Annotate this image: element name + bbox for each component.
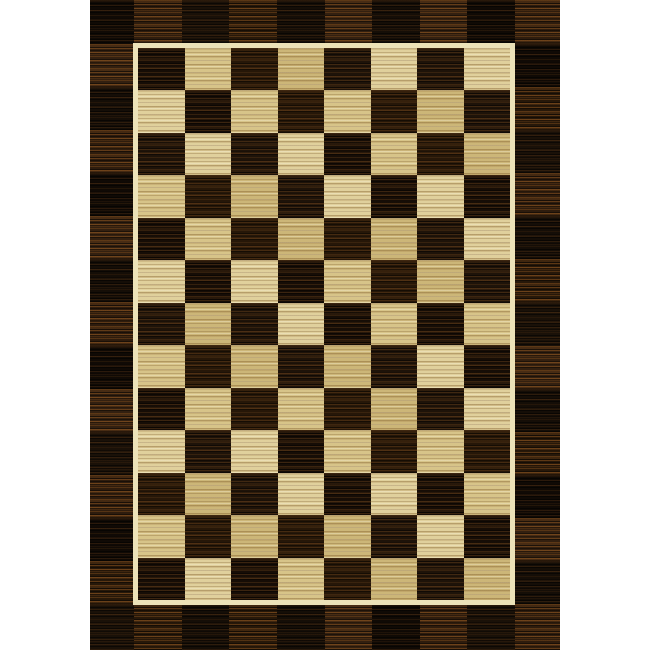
board-square-dark	[371, 430, 418, 472]
border-block	[515, 130, 560, 173]
border-block	[90, 87, 134, 130]
border-block	[134, 0, 182, 44]
board-square-dark	[231, 388, 278, 430]
board-square-light	[185, 218, 232, 260]
board-square-dark	[417, 303, 464, 345]
board-square-light	[278, 48, 325, 90]
board-square-dark	[464, 175, 511, 217]
board-square-dark	[324, 133, 371, 175]
border-block	[515, 346, 560, 389]
border-block	[182, 0, 230, 44]
board-square-dark	[324, 48, 371, 90]
board-square-dark	[464, 90, 511, 132]
border-block	[515, 259, 560, 302]
border-block	[229, 0, 277, 44]
checkerboard	[138, 48, 510, 600]
board-square-light	[417, 90, 464, 132]
board-square-light	[185, 388, 232, 430]
board-square-light	[138, 175, 185, 217]
border-block	[325, 0, 373, 44]
board-square-dark	[185, 430, 232, 472]
board-square-light	[324, 430, 371, 472]
border-block	[372, 0, 420, 44]
border-block	[90, 173, 134, 216]
board-square-light	[185, 133, 232, 175]
board-square-dark	[278, 260, 325, 302]
board-square-dark	[278, 90, 325, 132]
border-block	[90, 44, 134, 87]
board-square-light	[278, 303, 325, 345]
board-square-dark	[371, 260, 418, 302]
board-square-light	[417, 175, 464, 217]
board-square-dark	[231, 558, 278, 600]
border-block	[277, 0, 325, 44]
board-square-dark	[417, 133, 464, 175]
border-block	[90, 561, 134, 604]
board-square-dark	[185, 515, 232, 557]
board-square-dark	[417, 388, 464, 430]
board-square-light	[417, 515, 464, 557]
board-square-light	[231, 260, 278, 302]
board-square-dark	[371, 515, 418, 557]
border-block	[515, 561, 560, 604]
board-square-light	[324, 260, 371, 302]
board-square-light	[231, 430, 278, 472]
board-square-light	[185, 473, 232, 515]
border-block	[182, 604, 230, 650]
board-square-dark	[417, 558, 464, 600]
board-square-light	[371, 218, 418, 260]
board-square-light	[324, 90, 371, 132]
board-square-light	[138, 90, 185, 132]
board-square-light	[278, 133, 325, 175]
board-square-light	[417, 345, 464, 387]
board-square-dark	[231, 218, 278, 260]
board-square-light	[138, 430, 185, 472]
border-block	[515, 475, 560, 518]
border-block	[515, 0, 560, 44]
border-block	[515, 604, 560, 650]
border-block	[515, 87, 560, 130]
border-block	[515, 432, 560, 475]
board-square-light	[278, 558, 325, 600]
board-square-dark	[185, 90, 232, 132]
board-square-light	[464, 218, 511, 260]
border-block	[90, 432, 134, 475]
board-frame-line	[133, 43, 515, 605]
board-square-light	[417, 430, 464, 472]
board-square-light	[371, 558, 418, 600]
board-square-light	[138, 260, 185, 302]
board-square-light	[231, 515, 278, 557]
board-square-dark	[324, 558, 371, 600]
board-square-light	[371, 133, 418, 175]
board-square-dark	[324, 388, 371, 430]
board-square-light	[464, 388, 511, 430]
board-square-light	[417, 260, 464, 302]
board-square-light	[231, 90, 278, 132]
board-square-dark	[464, 345, 511, 387]
board-square-light	[371, 388, 418, 430]
board-square-dark	[324, 473, 371, 515]
board-square-light	[278, 218, 325, 260]
border-block	[90, 475, 134, 518]
board-square-light	[231, 345, 278, 387]
board-square-dark	[417, 218, 464, 260]
board-square-dark	[138, 48, 185, 90]
border-block	[420, 604, 468, 650]
border-block	[325, 604, 373, 650]
board-square-dark	[324, 303, 371, 345]
board-square-dark	[371, 90, 418, 132]
board-square-light	[185, 48, 232, 90]
board-square-dark	[231, 133, 278, 175]
board-square-dark	[138, 133, 185, 175]
border-block	[229, 604, 277, 650]
board-square-dark	[464, 515, 511, 557]
board-square-light	[324, 175, 371, 217]
board-square-light	[464, 473, 511, 515]
board-square-dark	[185, 345, 232, 387]
board-square-light	[371, 48, 418, 90]
border-block	[90, 0, 134, 44]
border-block	[467, 0, 515, 44]
border-block	[90, 518, 134, 561]
border-block	[515, 44, 560, 87]
board-square-light	[138, 345, 185, 387]
board-square-dark	[464, 430, 511, 472]
board-square-dark	[417, 473, 464, 515]
border-block	[90, 216, 134, 259]
board-square-dark	[138, 303, 185, 345]
border-block	[515, 173, 560, 216]
rug	[90, 0, 560, 650]
border-block	[420, 0, 468, 44]
border-block	[90, 604, 134, 650]
board-square-dark	[278, 515, 325, 557]
board-square-dark	[231, 473, 278, 515]
board-square-light	[138, 515, 185, 557]
board-square-dark	[417, 48, 464, 90]
board-square-light	[371, 303, 418, 345]
board-square-light	[185, 303, 232, 345]
board-square-light	[278, 473, 325, 515]
board-square-dark	[138, 218, 185, 260]
board-square-light	[324, 515, 371, 557]
board-square-light	[464, 303, 511, 345]
board-square-light	[324, 345, 371, 387]
border-block	[90, 259, 134, 302]
border-block	[134, 604, 182, 650]
board-square-light	[464, 48, 511, 90]
border-block	[515, 216, 560, 259]
board-square-dark	[464, 260, 511, 302]
board-square-dark	[278, 430, 325, 472]
board-square-light	[185, 558, 232, 600]
board-square-dark	[138, 558, 185, 600]
border-block	[277, 604, 325, 650]
border-block	[515, 389, 560, 432]
board-square-dark	[231, 303, 278, 345]
border-block	[372, 604, 420, 650]
board-square-dark	[324, 218, 371, 260]
rug-product-photo	[0, 0, 650, 650]
board-square-dark	[278, 345, 325, 387]
border-block	[515, 302, 560, 345]
border-block	[90, 302, 134, 345]
border-block	[90, 389, 134, 432]
board-square-dark	[138, 473, 185, 515]
border-block	[515, 518, 560, 561]
board-square-dark	[138, 388, 185, 430]
board-square-light	[371, 473, 418, 515]
board-square-dark	[231, 48, 278, 90]
board-square-light	[278, 388, 325, 430]
board-square-dark	[185, 260, 232, 302]
board-square-light	[464, 558, 511, 600]
board-square-dark	[278, 175, 325, 217]
border-block	[90, 346, 134, 389]
border-block	[90, 130, 134, 173]
border-block	[467, 604, 515, 650]
board-square-dark	[371, 345, 418, 387]
board-square-dark	[371, 175, 418, 217]
board-square-dark	[185, 175, 232, 217]
board-square-light	[464, 133, 511, 175]
board-square-light	[231, 175, 278, 217]
